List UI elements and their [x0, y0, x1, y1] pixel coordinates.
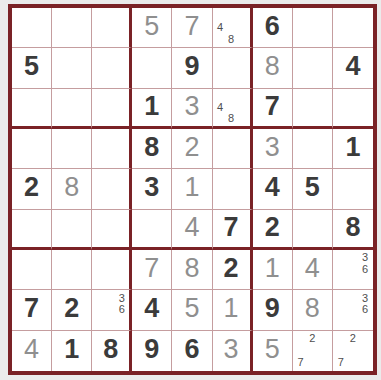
pencil-slot-empty	[295, 345, 307, 357]
pencil-slot-empty	[105, 304, 116, 316]
pencil-mark-6: 6	[359, 304, 371, 316]
cell-r5c8[interactable]: 5	[293, 169, 333, 209]
cell-r2c5[interactable]: 9	[172, 48, 212, 88]
cell-r1c8[interactable]	[293, 8, 333, 48]
cell-r3c8[interactable]	[293, 89, 333, 129]
pencil-mark-7: 7	[295, 357, 307, 369]
pencil-marks: 36	[335, 252, 371, 287]
pencil-slot-empty	[335, 345, 347, 357]
cell-r7c2[interactable]	[52, 250, 92, 290]
pencil-slot-empty	[347, 316, 359, 328]
cell-r2c7[interactable]: 8	[253, 48, 293, 88]
pencil-slot-empty	[226, 10, 237, 22]
given-digit: 6	[265, 13, 280, 42]
given-digit: 2	[265, 214, 280, 243]
given-digit: 3	[144, 174, 159, 203]
pencil-slot-empty	[215, 10, 226, 22]
solved-digit: 7	[184, 13, 199, 42]
pencil-mark-2: 2	[347, 333, 359, 345]
given-digit: 7	[265, 93, 280, 122]
given-digit: 2	[24, 174, 39, 203]
pencil-slot-empty	[318, 357, 330, 369]
given-digit: 5	[24, 53, 39, 82]
cell-r3c2[interactable]	[52, 89, 92, 129]
pencil-mark-8: 8	[226, 113, 237, 124]
cell-r7c9[interactable]: 36	[333, 250, 373, 290]
pencil-marks: 27	[295, 333, 330, 369]
cell-r7c5[interactable]: 8	[172, 250, 212, 290]
cell-r5c4[interactable]: 3	[132, 169, 172, 209]
cell-r4c7[interactable]: 3	[253, 129, 293, 169]
cell-r1c5[interactable]: 7	[172, 8, 212, 48]
given-digit: 8	[345, 214, 360, 243]
pencil-slot-empty	[335, 333, 347, 345]
pencil-slot-empty	[347, 345, 359, 357]
cell-r8c6[interactable]: 1	[213, 290, 253, 330]
pencil-slot-empty	[335, 304, 347, 316]
cell-r6c7[interactable]: 2	[253, 210, 293, 250]
solved-digit: 8	[305, 295, 320, 324]
pencil-slot-empty	[105, 316, 116, 328]
pencil-slot-empty	[215, 113, 226, 124]
cell-r7c4[interactable]: 7	[132, 250, 172, 290]
cell-r8c8[interactable]: 8	[293, 290, 333, 330]
cell-r8c1[interactable]: 7	[12, 290, 52, 330]
cell-r4c5[interactable]: 2	[172, 129, 212, 169]
pencil-slot-empty	[347, 357, 359, 369]
given-digit: 1	[64, 336, 79, 365]
pencil-slot-empty	[347, 292, 359, 304]
cell-r2c9[interactable]: 4	[333, 48, 373, 88]
cell-r3c6[interactable]: 48	[213, 89, 253, 129]
cell-r1c4[interactable]: 5	[132, 8, 172, 48]
pencil-mark-2: 2	[306, 333, 318, 345]
cell-r1c7[interactable]: 6	[253, 8, 293, 48]
cell-r3c4[interactable]: 1	[132, 89, 172, 129]
cell-r5c3[interactable]	[92, 169, 132, 209]
cell-r7c7[interactable]: 1	[253, 250, 293, 290]
pencil-mark-3: 3	[359, 292, 371, 304]
cell-r6c1[interactable]	[12, 210, 52, 250]
pencil-mark-3: 3	[116, 292, 127, 304]
pencil-mark-4: 4	[215, 22, 226, 34]
cell-r4c3[interactable]	[92, 129, 132, 169]
given-digit: 2	[224, 255, 239, 284]
solved-digit: 1	[265, 255, 280, 284]
given-digit: 1	[345, 134, 360, 163]
solved-digit: 5	[265, 336, 280, 365]
pencil-slot-empty	[335, 264, 347, 276]
solved-digit: 3	[265, 134, 280, 163]
pencil-slot-empty	[359, 345, 371, 357]
cell-r9c5[interactable]: 6	[172, 331, 212, 371]
cell-r8c5[interactable]: 5	[172, 290, 212, 330]
given-digit: 4	[265, 174, 280, 203]
pencil-slot-empty	[226, 91, 237, 102]
cell-r8c9[interactable]: 36	[333, 290, 373, 330]
cell-r1c9[interactable]	[333, 8, 373, 48]
solved-digit: 4	[184, 214, 199, 243]
solved-digit: 8	[265, 53, 280, 82]
sudoku-board: 5748659841348782312831454728782143672364…	[8, 4, 377, 375]
given-digit: 7	[24, 295, 39, 324]
cell-r8c3[interactable]: 36	[92, 290, 132, 330]
pencil-slot-empty	[335, 276, 347, 288]
pencil-mark-8: 8	[226, 34, 237, 46]
cell-r2c2[interactable]	[52, 48, 92, 88]
cell-r7c8[interactable]: 4	[293, 250, 333, 290]
solved-digit: 7	[144, 255, 159, 284]
cell-r7c6[interactable]: 2	[213, 250, 253, 290]
pencil-mark-4: 4	[215, 102, 226, 113]
cell-r5c9[interactable]	[333, 169, 373, 209]
cell-r6c4[interactable]	[132, 210, 172, 250]
cell-r8c2[interactable]: 2	[52, 290, 92, 330]
pencil-mark-3: 3	[359, 252, 371, 264]
cell-r3c5[interactable]: 3	[172, 89, 212, 129]
pencil-slot-empty	[335, 316, 347, 328]
given-digit: 4	[345, 53, 360, 82]
pencil-slot-empty	[237, 102, 248, 113]
cell-r8c4[interactable]: 4	[132, 290, 172, 330]
pencil-mark-6: 6	[359, 264, 371, 276]
cell-r9c4[interactable]: 9	[132, 331, 172, 371]
cell-r4c2[interactable]	[52, 129, 92, 169]
solved-digit: 5	[144, 13, 159, 42]
pencil-slot-empty	[335, 292, 347, 304]
pencil-marks: 48	[215, 10, 248, 45]
pencil-slot-empty	[306, 357, 318, 369]
solved-digit: 3	[224, 336, 239, 365]
pencil-slot-empty	[237, 91, 248, 102]
pencil-slot-empty	[94, 292, 105, 304]
cell-r1c3[interactable]	[92, 8, 132, 48]
cell-r8c7[interactable]: 9	[253, 290, 293, 330]
solved-digit: 1	[184, 174, 199, 203]
solved-digit: 8	[64, 174, 79, 203]
cell-r1c6[interactable]: 48	[213, 8, 253, 48]
cell-r7c1[interactable]	[12, 250, 52, 290]
cell-r5c7[interactable]: 4	[253, 169, 293, 209]
given-digit: 9	[265, 295, 280, 324]
cell-r5c5[interactable]: 1	[172, 169, 212, 209]
given-digit: 5	[305, 174, 320, 203]
pencil-slot-empty	[237, 113, 248, 124]
solved-digit: 2	[184, 134, 199, 163]
given-digit: 2	[64, 295, 79, 324]
pencil-slot-empty	[94, 304, 105, 316]
cell-r6c2[interactable]	[52, 210, 92, 250]
solved-digit: 1	[224, 295, 239, 324]
solved-digit: 8	[184, 255, 199, 284]
cell-r4c1[interactable]	[12, 129, 52, 169]
pencil-slot-empty	[318, 345, 330, 357]
page-background: 5748659841348782312831454728782143672364…	[0, 0, 381, 380]
pencil-slot-empty	[347, 264, 359, 276]
solved-digit: 5	[184, 295, 199, 324]
cell-r3c1[interactable]	[12, 89, 52, 129]
cell-r4c6[interactable]	[213, 129, 253, 169]
pencil-slot-empty	[347, 276, 359, 288]
pencil-slot-empty	[226, 22, 237, 34]
pencil-slot-empty	[347, 304, 359, 316]
cell-r2c3[interactable]	[92, 48, 132, 88]
cell-r5c6[interactable]	[213, 169, 253, 209]
pencil-mark-6: 6	[116, 304, 127, 316]
given-digit: 6	[184, 336, 199, 365]
pencil-slot-empty	[318, 333, 330, 345]
solved-digit: 4	[305, 255, 320, 284]
given-digit: 8	[103, 336, 118, 365]
cell-r6c6[interactable]: 7	[213, 210, 253, 250]
cell-r5c1[interactable]: 2	[12, 169, 52, 209]
given-digit: 9	[144, 336, 159, 365]
cell-r4c4[interactable]: 8	[132, 129, 172, 169]
pencil-slot-empty	[359, 357, 371, 369]
cell-r6c8[interactable]	[293, 210, 333, 250]
pencil-marks: 27	[335, 333, 371, 369]
pencil-mark-7: 7	[335, 357, 347, 369]
given-digit: 8	[144, 134, 159, 163]
cell-r4c8[interactable]	[293, 129, 333, 169]
pencil-marks: 36	[335, 292, 371, 327]
cell-r6c3[interactable]	[92, 210, 132, 250]
pencil-slot-empty	[359, 276, 371, 288]
cell-r9c7[interactable]: 5	[253, 331, 293, 371]
cell-r3c9[interactable]	[333, 89, 373, 129]
pencil-marks: 36	[94, 292, 127, 327]
pencil-slot-empty	[237, 34, 248, 46]
pencil-slot-empty	[306, 345, 318, 357]
cell-r9c6[interactable]: 3	[213, 331, 253, 371]
given-digit: 9	[184, 53, 199, 82]
cell-r9c2[interactable]: 1	[52, 331, 92, 371]
cell-r3c3[interactable]	[92, 89, 132, 129]
given-digit: 1	[144, 93, 159, 122]
cell-r9c9[interactable]: 27	[333, 331, 373, 371]
given-digit: 4	[144, 295, 159, 324]
pencil-slot-empty	[116, 316, 127, 328]
pencil-slot-empty	[215, 34, 226, 46]
pencil-slot-empty	[237, 10, 248, 22]
cell-r2c8[interactable]	[293, 48, 333, 88]
solved-digit: 3	[184, 93, 199, 122]
cell-r2c1[interactable]: 5	[12, 48, 52, 88]
pencil-slot-empty	[359, 333, 371, 345]
cell-r6c9[interactable]: 8	[333, 210, 373, 250]
cell-r6c5[interactable]: 4	[172, 210, 212, 250]
solved-digit: 4	[24, 336, 39, 365]
pencil-slot-empty	[335, 252, 347, 264]
cell-r4c9[interactable]: 1	[333, 129, 373, 169]
pencil-slot-empty	[237, 22, 248, 34]
pencil-slot-empty	[347, 252, 359, 264]
pencil-slot-empty	[105, 292, 116, 304]
cell-r1c2[interactable]	[52, 8, 92, 48]
pencil-slot-empty	[94, 316, 105, 328]
cell-r9c1[interactable]: 4	[12, 331, 52, 371]
given-digit: 7	[224, 214, 239, 243]
cell-r2c6[interactable]	[213, 48, 253, 88]
pencil-marks: 48	[215, 91, 248, 124]
pencil-slot-empty	[295, 333, 307, 345]
cell-r7c3[interactable]	[92, 250, 132, 290]
cell-r9c8[interactable]: 27	[293, 331, 333, 371]
cell-r3c7[interactable]: 7	[253, 89, 293, 129]
cell-r1c1[interactable]	[12, 8, 52, 48]
cell-r9c3[interactable]: 8	[92, 331, 132, 371]
pencil-slot-empty	[359, 316, 371, 328]
cell-r2c4[interactable]	[132, 48, 172, 88]
cell-r5c2[interactable]: 8	[52, 169, 92, 209]
